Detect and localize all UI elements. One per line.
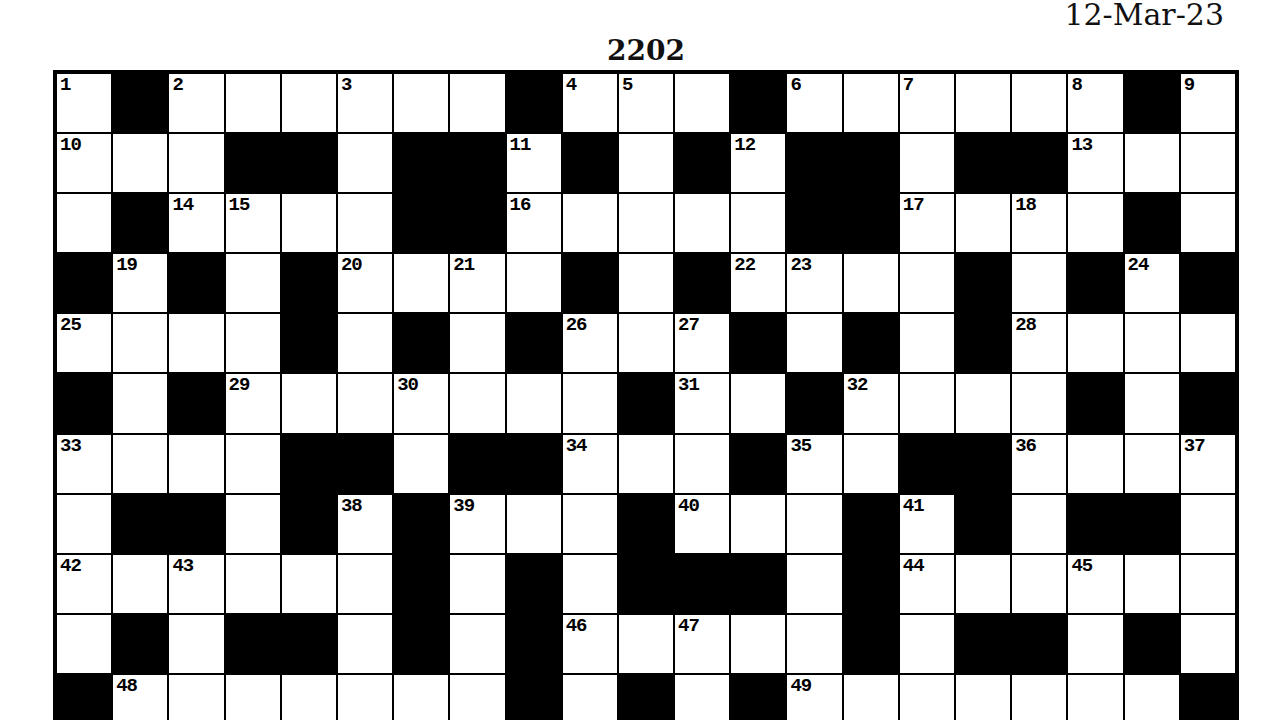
clue-number-3: 3 xyxy=(341,76,351,95)
black-cell-r3c20 xyxy=(1124,193,1180,253)
black-cell-r2c17 xyxy=(955,133,1011,193)
clue-number-13: 13 xyxy=(1071,136,1092,155)
white-cell-r1c8[interactable] xyxy=(449,73,505,133)
puzzle-date: 12-Mar-23 xyxy=(1064,0,1224,32)
white-cell-r1c12[interactable] xyxy=(674,73,730,133)
white-cell-r6c7[interactable]: 30 xyxy=(393,373,449,433)
white-cell-r3c21[interactable] xyxy=(1180,193,1236,253)
white-cell-r11c6[interactable] xyxy=(337,674,393,720)
clue-number-29: 29 xyxy=(229,376,250,395)
black-cell-r8c5 xyxy=(281,494,337,554)
white-cell-r7c18[interactable]: 36 xyxy=(1011,434,1067,494)
clue-number-30: 30 xyxy=(397,376,418,395)
white-cell-r1c18[interactable] xyxy=(1011,73,1067,133)
black-cell-r9c15 xyxy=(843,554,899,614)
white-cell-r1c6[interactable]: 3 xyxy=(337,73,393,133)
white-cell-r9c16[interactable]: 44 xyxy=(899,554,955,614)
white-cell-r4c9[interactable] xyxy=(506,253,562,313)
white-cell-r7c19[interactable] xyxy=(1067,434,1123,494)
white-cell-r11c12[interactable] xyxy=(674,674,730,720)
white-cell-r3c17[interactable] xyxy=(955,193,1011,253)
black-cell-r9c7 xyxy=(393,554,449,614)
clue-number-6: 6 xyxy=(790,76,800,95)
black-cell-r5c15 xyxy=(843,313,899,373)
white-cell-r5c12[interactable]: 27 xyxy=(674,313,730,373)
white-cell-r5c3[interactable] xyxy=(168,313,224,373)
white-cell-r5c14[interactable] xyxy=(786,313,842,373)
white-cell-r7c3[interactable] xyxy=(168,434,224,494)
clue-number-38: 38 xyxy=(341,497,362,516)
black-cell-r2c12 xyxy=(674,133,730,193)
clue-number-25: 25 xyxy=(60,316,81,335)
black-cell-r6c19 xyxy=(1067,373,1123,433)
black-cell-r8c19 xyxy=(1067,494,1123,554)
black-cell-r7c5 xyxy=(281,434,337,494)
white-cell-r10c3[interactable] xyxy=(168,614,224,674)
white-cell-r2c9[interactable]: 11 xyxy=(506,133,562,193)
clue-number-43: 43 xyxy=(172,557,193,576)
white-cell-r10c16[interactable] xyxy=(899,614,955,674)
white-cell-r9c14[interactable] xyxy=(786,554,842,614)
white-cell-r1c14[interactable]: 6 xyxy=(786,73,842,133)
white-cell-r10c6[interactable] xyxy=(337,614,393,674)
clue-number-33: 33 xyxy=(60,437,81,456)
clue-number-11: 11 xyxy=(510,136,531,155)
white-cell-r8c13[interactable] xyxy=(730,494,786,554)
black-cell-r5c17 xyxy=(955,313,1011,373)
white-cell-r7c15[interactable] xyxy=(843,434,899,494)
black-cell-r9c13 xyxy=(730,554,786,614)
white-cell-r3c9[interactable]: 16 xyxy=(506,193,562,253)
white-cell-r5c6[interactable] xyxy=(337,313,393,373)
clue-number-5: 5 xyxy=(622,76,632,95)
clue-number-4: 4 xyxy=(566,76,576,95)
white-cell-r5c2[interactable] xyxy=(112,313,168,373)
black-cell-r6c11 xyxy=(618,373,674,433)
white-cell-r3c13[interactable] xyxy=(730,193,786,253)
white-cell-r3c16[interactable]: 17 xyxy=(899,193,955,253)
white-cell-r3c19[interactable] xyxy=(1067,193,1123,253)
white-cell-r3c18[interactable]: 18 xyxy=(1011,193,1067,253)
white-cell-r10c10[interactable]: 46 xyxy=(562,614,618,674)
white-cell-r9c18[interactable] xyxy=(1011,554,1067,614)
white-cell-r6c18[interactable] xyxy=(1011,373,1067,433)
white-cell-r9c17[interactable] xyxy=(955,554,1011,614)
white-cell-r4c7[interactable] xyxy=(393,253,449,313)
white-cell-r4c8[interactable]: 21 xyxy=(449,253,505,313)
black-cell-r10c20 xyxy=(1124,614,1180,674)
black-cell-r10c15 xyxy=(843,614,899,674)
white-cell-r5c8[interactable] xyxy=(449,313,505,373)
white-cell-r8c9[interactable] xyxy=(506,494,562,554)
white-cell-r2c2[interactable] xyxy=(112,133,168,193)
white-cell-r7c7[interactable] xyxy=(393,434,449,494)
black-cell-r6c3 xyxy=(168,373,224,433)
white-cell-r6c4[interactable]: 29 xyxy=(225,373,281,433)
white-cell-r4c16[interactable] xyxy=(899,253,955,313)
white-cell-r10c13[interactable] xyxy=(730,614,786,674)
white-cell-r8c18[interactable] xyxy=(1011,494,1067,554)
white-cell-r11c19[interactable] xyxy=(1067,674,1123,720)
white-cell-r9c21[interactable] xyxy=(1180,554,1236,614)
page: 12-Mar-23 2202 1234567891011121314151617… xyxy=(0,0,1280,720)
white-cell-r2c21[interactable] xyxy=(1180,133,1236,193)
white-cell-r11c14[interactable]: 49 xyxy=(786,674,842,720)
black-cell-r5c9 xyxy=(506,313,562,373)
clue-number-7: 7 xyxy=(903,76,913,95)
white-cell-r6c9[interactable] xyxy=(506,373,562,433)
black-cell-r2c15 xyxy=(843,133,899,193)
white-cell-r7c20[interactable] xyxy=(1124,434,1180,494)
white-cell-r3c6[interactable] xyxy=(337,193,393,253)
white-cell-r5c19[interactable] xyxy=(1067,313,1123,373)
clue-number-45: 45 xyxy=(1071,557,1092,576)
white-cell-r7c10[interactable]: 34 xyxy=(562,434,618,494)
white-cell-r7c11[interactable] xyxy=(618,434,674,494)
white-cell-r5c21[interactable] xyxy=(1180,313,1236,373)
white-cell-r7c21[interactable]: 37 xyxy=(1180,434,1236,494)
white-cell-r9c1[interactable]: 42 xyxy=(56,554,112,614)
clue-number-9: 9 xyxy=(1184,76,1194,95)
black-cell-r8c15 xyxy=(843,494,899,554)
clue-number-26: 26 xyxy=(566,316,587,335)
black-cell-r4c10 xyxy=(562,253,618,313)
black-cell-r9c11 xyxy=(618,554,674,614)
white-cell-r8c21[interactable] xyxy=(1180,494,1236,554)
black-cell-r4c17 xyxy=(955,253,1011,313)
clue-number-24: 24 xyxy=(1128,256,1149,275)
white-cell-r6c13[interactable] xyxy=(730,373,786,433)
black-cell-r8c7 xyxy=(393,494,449,554)
white-cell-r4c6[interactable]: 20 xyxy=(337,253,393,313)
clue-number-40: 40 xyxy=(678,497,699,516)
white-cell-r8c12[interactable]: 40 xyxy=(674,494,730,554)
white-cell-r4c18[interactable] xyxy=(1011,253,1067,313)
black-cell-r4c1 xyxy=(56,253,112,313)
black-cell-r4c5 xyxy=(281,253,337,313)
black-cell-r3c7 xyxy=(393,193,449,253)
white-cell-r1c15[interactable] xyxy=(843,73,899,133)
white-cell-r8c4[interactable] xyxy=(225,494,281,554)
clue-number-35: 35 xyxy=(790,437,811,456)
clue-number-21: 21 xyxy=(453,256,474,275)
black-cell-r9c12 xyxy=(674,554,730,614)
clue-number-18: 18 xyxy=(1015,196,1036,215)
white-cell-r5c1[interactable]: 25 xyxy=(56,313,112,373)
clue-number-42: 42 xyxy=(60,557,81,576)
clue-number-19: 19 xyxy=(116,256,137,275)
black-cell-r4c3 xyxy=(168,253,224,313)
white-cell-r8c10[interactable] xyxy=(562,494,618,554)
white-cell-r11c16[interactable] xyxy=(899,674,955,720)
white-cell-r1c17[interactable] xyxy=(955,73,1011,133)
black-cell-r2c10 xyxy=(562,133,618,193)
white-cell-r11c2[interactable]: 48 xyxy=(112,674,168,720)
white-cell-r3c5[interactable] xyxy=(281,193,337,253)
black-cell-r11c9 xyxy=(506,674,562,720)
clue-number-1: 1 xyxy=(60,76,70,95)
clue-number-48: 48 xyxy=(116,677,137,696)
black-cell-r11c21 xyxy=(1180,674,1236,720)
clue-number-34: 34 xyxy=(566,437,587,456)
white-cell-r5c4[interactable] xyxy=(225,313,281,373)
white-cell-r8c6[interactable]: 38 xyxy=(337,494,393,554)
white-cell-r1c19[interactable]: 8 xyxy=(1067,73,1123,133)
white-cell-r2c3[interactable] xyxy=(168,133,224,193)
white-cell-r2c1[interactable]: 10 xyxy=(56,133,112,193)
white-cell-r6c17[interactable] xyxy=(955,373,1011,433)
white-cell-r9c2[interactable] xyxy=(112,554,168,614)
black-cell-r10c7 xyxy=(393,614,449,674)
black-cell-r7c17 xyxy=(955,434,1011,494)
clue-number-12: 12 xyxy=(734,136,755,155)
black-cell-r6c14 xyxy=(786,373,842,433)
clue-number-37: 37 xyxy=(1184,437,1205,456)
clue-number-14: 14 xyxy=(172,196,193,215)
black-cell-r3c2 xyxy=(112,193,168,253)
black-cell-r4c12 xyxy=(674,253,730,313)
white-cell-r7c1[interactable]: 33 xyxy=(56,434,112,494)
white-cell-r8c16[interactable]: 41 xyxy=(899,494,955,554)
black-cell-r9c9 xyxy=(506,554,562,614)
puzzle-number-title: 2202 xyxy=(53,34,1239,67)
black-cell-r7c16 xyxy=(899,434,955,494)
black-cell-r10c4 xyxy=(225,614,281,674)
black-cell-r2c8 xyxy=(449,133,505,193)
white-cell-r10c21[interactable] xyxy=(1180,614,1236,674)
white-cell-r11c4[interactable] xyxy=(225,674,281,720)
white-cell-r4c4[interactable] xyxy=(225,253,281,313)
white-cell-r10c12[interactable]: 47 xyxy=(674,614,730,674)
clue-number-2: 2 xyxy=(172,76,182,95)
black-cell-r7c6 xyxy=(337,434,393,494)
black-cell-r1c9 xyxy=(506,73,562,133)
clue-number-17: 17 xyxy=(903,196,924,215)
clue-number-49: 49 xyxy=(790,677,811,696)
white-cell-r7c4[interactable] xyxy=(225,434,281,494)
white-cell-r2c16[interactable] xyxy=(899,133,955,193)
white-cell-r7c12[interactable] xyxy=(674,434,730,494)
white-cell-r4c13[interactable]: 22 xyxy=(730,253,786,313)
white-cell-r11c17[interactable] xyxy=(955,674,1011,720)
white-cell-r1c5[interactable] xyxy=(281,73,337,133)
black-cell-r8c20 xyxy=(1124,494,1180,554)
black-cell-r7c9 xyxy=(506,434,562,494)
white-cell-r7c2[interactable] xyxy=(112,434,168,494)
white-cell-r6c6[interactable] xyxy=(337,373,393,433)
black-cell-r3c8 xyxy=(449,193,505,253)
white-cell-r1c10[interactable]: 4 xyxy=(562,73,618,133)
white-cell-r9c8[interactable] xyxy=(449,554,505,614)
black-cell-r11c11 xyxy=(618,674,674,720)
white-cell-r4c15[interactable] xyxy=(843,253,899,313)
clue-number-28: 28 xyxy=(1015,316,1036,335)
white-cell-r9c10[interactable] xyxy=(562,554,618,614)
clue-number-23: 23 xyxy=(790,256,811,275)
white-cell-r6c10[interactable] xyxy=(562,373,618,433)
clue-number-46: 46 xyxy=(566,617,587,636)
white-cell-r5c20[interactable] xyxy=(1124,313,1180,373)
white-cell-r4c11[interactable] xyxy=(618,253,674,313)
white-cell-r6c15[interactable]: 32 xyxy=(843,373,899,433)
white-cell-r2c6[interactable] xyxy=(337,133,393,193)
clue-number-36: 36 xyxy=(1015,437,1036,456)
black-cell-r8c11 xyxy=(618,494,674,554)
white-cell-r3c12[interactable] xyxy=(674,193,730,253)
white-cell-r9c6[interactable] xyxy=(337,554,393,614)
clue-number-8: 8 xyxy=(1071,76,1081,95)
clue-number-47: 47 xyxy=(678,617,699,636)
black-cell-r3c14 xyxy=(786,193,842,253)
white-cell-r10c11[interactable] xyxy=(618,614,674,674)
white-cell-r2c19[interactable]: 13 xyxy=(1067,133,1123,193)
white-cell-r3c1[interactable] xyxy=(56,193,112,253)
white-cell-r6c8[interactable] xyxy=(449,373,505,433)
white-cell-r3c10[interactable] xyxy=(562,193,618,253)
white-cell-r1c3[interactable]: 2 xyxy=(168,73,224,133)
white-cell-r2c11[interactable] xyxy=(618,133,674,193)
white-cell-r10c19[interactable] xyxy=(1067,614,1123,674)
black-cell-r7c8 xyxy=(449,434,505,494)
white-cell-r1c7[interactable] xyxy=(393,73,449,133)
white-cell-r10c1[interactable] xyxy=(56,614,112,674)
black-cell-r3c15 xyxy=(843,193,899,253)
clue-number-31: 31 xyxy=(678,376,699,395)
white-cell-r3c4[interactable]: 15 xyxy=(225,193,281,253)
black-cell-r6c1 xyxy=(56,373,112,433)
black-cell-r2c14 xyxy=(786,133,842,193)
black-cell-r7c13 xyxy=(730,434,786,494)
black-cell-r8c17 xyxy=(955,494,1011,554)
white-cell-r11c18[interactable] xyxy=(1011,674,1067,720)
black-cell-r10c17 xyxy=(955,614,1011,674)
clue-number-41: 41 xyxy=(903,497,924,516)
black-cell-r10c5 xyxy=(281,614,337,674)
clue-number-22: 22 xyxy=(734,256,755,275)
white-cell-r11c15[interactable] xyxy=(843,674,899,720)
clue-number-10: 10 xyxy=(60,136,81,155)
black-cell-r10c18 xyxy=(1011,614,1067,674)
white-cell-r3c11[interactable] xyxy=(618,193,674,253)
white-cell-r1c11[interactable]: 5 xyxy=(618,73,674,133)
black-cell-r1c2 xyxy=(112,73,168,133)
white-cell-r4c20[interactable]: 24 xyxy=(1124,253,1180,313)
white-cell-r6c12[interactable]: 31 xyxy=(674,373,730,433)
white-cell-r8c8[interactable]: 39 xyxy=(449,494,505,554)
black-cell-r2c7 xyxy=(393,133,449,193)
white-cell-r11c3[interactable] xyxy=(168,674,224,720)
white-cell-r5c16[interactable] xyxy=(899,313,955,373)
white-cell-r1c4[interactable] xyxy=(225,73,281,133)
white-cell-r4c2[interactable]: 19 xyxy=(112,253,168,313)
white-cell-r8c14[interactable] xyxy=(786,494,842,554)
clue-number-16: 16 xyxy=(510,196,531,215)
black-cell-r8c2 xyxy=(112,494,168,554)
white-cell-r11c5[interactable] xyxy=(281,674,337,720)
black-cell-r11c1 xyxy=(56,674,112,720)
white-cell-r11c20[interactable] xyxy=(1124,674,1180,720)
white-cell-r6c2[interactable] xyxy=(112,373,168,433)
white-cell-r10c8[interactable] xyxy=(449,614,505,674)
white-cell-r7c14[interactable]: 35 xyxy=(786,434,842,494)
black-cell-r5c5 xyxy=(281,313,337,373)
black-cell-r2c4 xyxy=(225,133,281,193)
black-cell-r4c21 xyxy=(1180,253,1236,313)
crossword-grid: 1234567891011121314151617181920212223242… xyxy=(53,70,1239,720)
white-cell-r2c13[interactable]: 12 xyxy=(730,133,786,193)
white-cell-r11c10[interactable] xyxy=(562,674,618,720)
black-cell-r5c13 xyxy=(730,313,786,373)
white-cell-r9c19[interactable]: 45 xyxy=(1067,554,1123,614)
black-cell-r6c21 xyxy=(1180,373,1236,433)
black-cell-r4c19 xyxy=(1067,253,1123,313)
white-cell-r11c8[interactable] xyxy=(449,674,505,720)
clue-number-20: 20 xyxy=(341,256,362,275)
black-cell-r5c7 xyxy=(393,313,449,373)
white-cell-r9c20[interactable] xyxy=(1124,554,1180,614)
black-cell-r2c18 xyxy=(1011,133,1067,193)
white-cell-r9c4[interactable] xyxy=(225,554,281,614)
white-cell-r10c14[interactable] xyxy=(786,614,842,674)
clue-number-27: 27 xyxy=(678,316,699,335)
clue-number-32: 32 xyxy=(847,376,868,395)
white-cell-r5c10[interactable]: 26 xyxy=(562,313,618,373)
black-cell-r1c13 xyxy=(730,73,786,133)
white-cell-r1c21[interactable]: 9 xyxy=(1180,73,1236,133)
white-cell-r9c3[interactable]: 43 xyxy=(168,554,224,614)
clue-number-44: 44 xyxy=(903,557,924,576)
white-cell-r9c5[interactable] xyxy=(281,554,337,614)
white-cell-r1c16[interactable]: 7 xyxy=(899,73,955,133)
clue-number-15: 15 xyxy=(229,196,250,215)
clue-number-39: 39 xyxy=(453,497,474,516)
white-cell-r5c18[interactable]: 28 xyxy=(1011,313,1067,373)
black-cell-r10c9 xyxy=(506,614,562,674)
black-cell-r1c20 xyxy=(1124,73,1180,133)
black-cell-r10c2 xyxy=(112,614,168,674)
white-cell-r6c20[interactable] xyxy=(1124,373,1180,433)
black-cell-r11c13 xyxy=(730,674,786,720)
white-cell-r2c20[interactable] xyxy=(1124,133,1180,193)
white-cell-r6c5[interactable] xyxy=(281,373,337,433)
white-cell-r4c14[interactable]: 23 xyxy=(786,253,842,313)
white-cell-r3c3[interactable]: 14 xyxy=(168,193,224,253)
white-cell-r5c11[interactable] xyxy=(618,313,674,373)
white-cell-r8c1[interactable] xyxy=(56,494,112,554)
white-cell-r1c1[interactable]: 1 xyxy=(56,73,112,133)
black-cell-r8c3 xyxy=(168,494,224,554)
black-cell-r2c5 xyxy=(281,133,337,193)
white-cell-r6c16[interactable] xyxy=(899,373,955,433)
white-cell-r11c7[interactable] xyxy=(393,674,449,720)
